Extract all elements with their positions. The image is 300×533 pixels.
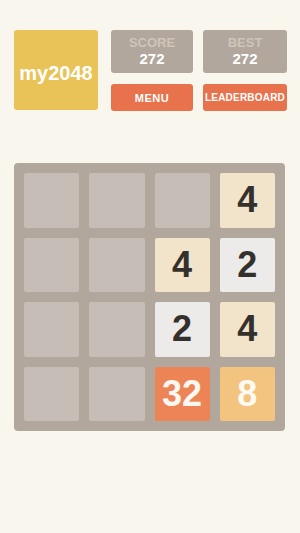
tile-8: 8: [220, 367, 275, 422]
best-value: 272: [232, 50, 257, 68]
tile-32: 32: [155, 367, 210, 422]
score-label: SCORE: [129, 35, 175, 50]
leaderboard-button[interactable]: LEADERBOARD: [203, 84, 287, 111]
app-title: my2048: [19, 62, 92, 85]
board-cell-empty: [24, 238, 79, 293]
tile-2: 2: [155, 302, 210, 357]
tile-4: 4: [155, 238, 210, 293]
board-cell-empty: [89, 238, 144, 293]
menu-button[interactable]: MENU: [111, 84, 193, 111]
game-board[interactable]: 44224328: [14, 163, 285, 431]
score-panel: SCORE 272: [111, 30, 193, 73]
score-value: 272: [139, 50, 164, 68]
tile-2: 2: [220, 238, 275, 293]
tile-4: 4: [220, 173, 275, 228]
best-panel: BEST 272: [203, 30, 287, 73]
board-cell-empty: [89, 302, 144, 357]
board-cell-empty: [24, 367, 79, 422]
board-cell-empty: [89, 367, 144, 422]
best-label: BEST: [228, 35, 263, 50]
board-cell-empty: [89, 173, 144, 228]
tile-4: 4: [220, 302, 275, 357]
board-cell-empty: [24, 173, 79, 228]
app-logo: my2048: [14, 30, 98, 110]
board-cell-empty: [24, 302, 79, 357]
board-cell-empty: [155, 173, 210, 228]
